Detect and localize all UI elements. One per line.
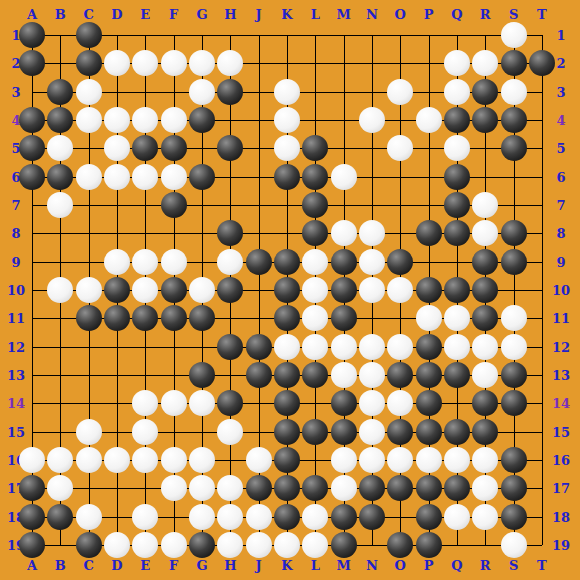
white-stone-L12 xyxy=(302,334,328,360)
black-stone-F11 xyxy=(161,305,187,331)
black-stone-F5 xyxy=(161,135,187,161)
white-stone-E14 xyxy=(132,390,158,416)
row-label-right-3: 3 xyxy=(556,85,565,98)
white-stone-O12 xyxy=(387,334,413,360)
white-stone-M8 xyxy=(331,220,357,246)
white-stone-G17 xyxy=(189,475,215,501)
black-stone-M9 xyxy=(331,249,357,275)
black-stone-P13 xyxy=(416,362,442,388)
row-label-right-16: 16 xyxy=(552,453,570,466)
row-label-right-8: 8 xyxy=(556,227,565,240)
black-stone-J17 xyxy=(246,475,272,501)
black-stone-P17 xyxy=(416,475,442,501)
black-stone-R11 xyxy=(472,305,498,331)
white-stone-K4 xyxy=(274,107,300,133)
black-stone-P8 xyxy=(416,220,442,246)
row-label-right-7: 7 xyxy=(556,198,565,211)
row-label-right-17: 17 xyxy=(552,482,570,495)
white-stone-B17 xyxy=(47,475,73,501)
col-label-top-G: G xyxy=(196,8,207,21)
black-stone-B3 xyxy=(47,79,73,105)
white-stone-H19 xyxy=(217,532,243,558)
white-stone-M13 xyxy=(331,362,357,388)
white-stone-F19 xyxy=(161,532,187,558)
col-label-top-L: L xyxy=(311,8,320,21)
white-stone-B16 xyxy=(47,447,73,473)
white-stone-E10 xyxy=(132,277,158,303)
col-label-bottom-L: L xyxy=(311,559,320,572)
row-label-right-15: 15 xyxy=(552,425,570,438)
black-stone-A18 xyxy=(19,504,45,530)
black-stone-Q8 xyxy=(444,220,470,246)
white-stone-R2 xyxy=(472,50,498,76)
white-stone-A16 xyxy=(19,447,45,473)
black-stone-S9 xyxy=(501,249,527,275)
white-stone-C18 xyxy=(76,504,102,530)
black-stone-G13 xyxy=(189,362,215,388)
black-stone-A2 xyxy=(19,50,45,76)
row-label-left-3: 3 xyxy=(11,85,20,98)
black-stone-A1 xyxy=(19,22,45,48)
col-label-bottom-B: B xyxy=(55,559,66,572)
black-stone-K15 xyxy=(274,419,300,445)
white-stone-B7 xyxy=(47,192,73,218)
white-stone-S1 xyxy=(501,22,527,48)
white-stone-L18 xyxy=(302,504,328,530)
black-stone-D11 xyxy=(104,305,130,331)
row-label-left-14: 14 xyxy=(7,397,25,410)
white-stone-L10 xyxy=(302,277,328,303)
white-stone-Q5 xyxy=(444,135,470,161)
col-label-bottom-M: M xyxy=(336,559,350,572)
col-label-bottom-F: F xyxy=(169,559,178,572)
row-label-right-19: 19 xyxy=(552,538,570,551)
white-stone-R13 xyxy=(472,362,498,388)
black-stone-K18 xyxy=(274,504,300,530)
white-stone-E4 xyxy=(132,107,158,133)
white-stone-H9 xyxy=(217,249,243,275)
white-stone-R7 xyxy=(472,192,498,218)
row-label-left-9: 9 xyxy=(11,255,20,268)
black-stone-L8 xyxy=(302,220,328,246)
white-stone-N8 xyxy=(359,220,385,246)
white-stone-C10 xyxy=(76,277,102,303)
black-stone-R14 xyxy=(472,390,498,416)
black-stone-R3 xyxy=(472,79,498,105)
col-label-top-C: C xyxy=(83,8,93,21)
white-stone-E18 xyxy=(132,504,158,530)
white-stone-E2 xyxy=(132,50,158,76)
black-stone-L15 xyxy=(302,419,328,445)
black-stone-H12 xyxy=(217,334,243,360)
col-label-top-H: H xyxy=(224,8,236,21)
black-stone-K9 xyxy=(274,249,300,275)
white-stone-N16 xyxy=(359,447,385,473)
col-label-bottom-P: P xyxy=(424,559,434,572)
black-stone-H3 xyxy=(217,79,243,105)
row-label-right-9: 9 xyxy=(556,255,565,268)
col-label-bottom-K: K xyxy=(281,559,292,572)
col-label-bottom-G: G xyxy=(196,559,207,572)
white-stone-Q2 xyxy=(444,50,470,76)
white-stone-R17 xyxy=(472,475,498,501)
black-stone-A4 xyxy=(19,107,45,133)
white-stone-H17 xyxy=(217,475,243,501)
white-stone-J16 xyxy=(246,447,272,473)
black-stone-A6 xyxy=(19,164,45,190)
col-label-bottom-H: H xyxy=(224,559,236,572)
black-stone-S4 xyxy=(501,107,527,133)
black-stone-G6 xyxy=(189,164,215,190)
col-label-bottom-C: C xyxy=(83,559,93,572)
black-stone-H8 xyxy=(217,220,243,246)
black-stone-A5 xyxy=(19,135,45,161)
black-stone-O15 xyxy=(387,419,413,445)
black-stone-B18 xyxy=(47,504,73,530)
white-stone-E6 xyxy=(132,164,158,190)
black-stone-K10 xyxy=(274,277,300,303)
black-stone-E11 xyxy=(132,305,158,331)
white-stone-Q18 xyxy=(444,504,470,530)
white-stone-M17 xyxy=(331,475,357,501)
white-stone-E16 xyxy=(132,447,158,473)
black-stone-R9 xyxy=(472,249,498,275)
white-stone-C6 xyxy=(76,164,102,190)
col-label-top-D: D xyxy=(111,8,122,21)
white-stone-N4 xyxy=(359,107,385,133)
black-stone-K14 xyxy=(274,390,300,416)
white-stone-D4 xyxy=(104,107,130,133)
white-stone-N12 xyxy=(359,334,385,360)
white-stone-Q12 xyxy=(444,334,470,360)
white-stone-L19 xyxy=(302,532,328,558)
black-stone-F10 xyxy=(161,277,187,303)
black-stone-H5 xyxy=(217,135,243,161)
col-label-bottom-Q: Q xyxy=(451,559,462,572)
row-label-left-15: 15 xyxy=(7,425,25,438)
black-stone-O9 xyxy=(387,249,413,275)
black-stone-Q13 xyxy=(444,362,470,388)
black-stone-K11 xyxy=(274,305,300,331)
row-label-left-7: 7 xyxy=(11,198,20,211)
black-stone-J13 xyxy=(246,362,272,388)
col-label-top-J: J xyxy=(256,8,262,21)
white-stone-N13 xyxy=(359,362,385,388)
black-stone-H14 xyxy=(217,390,243,416)
black-stone-S18 xyxy=(501,504,527,530)
black-stone-G4 xyxy=(189,107,215,133)
white-stone-L11 xyxy=(302,305,328,331)
white-stone-K19 xyxy=(274,532,300,558)
white-stone-P16 xyxy=(416,447,442,473)
col-label-bottom-J: J xyxy=(256,559,262,572)
white-stone-H18 xyxy=(217,504,243,530)
black-stone-O19 xyxy=(387,532,413,558)
white-stone-K5 xyxy=(274,135,300,161)
row-label-left-13: 13 xyxy=(7,368,25,381)
row-label-left-12: 12 xyxy=(7,340,25,353)
white-stone-Q3 xyxy=(444,79,470,105)
row-label-right-5: 5 xyxy=(556,142,565,155)
col-label-top-B: B xyxy=(55,8,66,21)
white-stone-R8 xyxy=(472,220,498,246)
white-stone-G10 xyxy=(189,277,215,303)
black-stone-A19 xyxy=(19,532,45,558)
col-label-top-O: O xyxy=(395,8,406,21)
col-label-top-R: R xyxy=(480,8,491,21)
black-stone-L6 xyxy=(302,164,328,190)
row-label-right-6: 6 xyxy=(556,170,565,183)
col-label-bottom-D: D xyxy=(111,559,122,572)
col-label-bottom-T: T xyxy=(537,559,547,572)
col-label-top-T: T xyxy=(537,8,547,21)
go-board[interactable]: ABCDEFGHJKLMNOPQRST ABCDEFGHJKLMNOPQRST … xyxy=(0,0,580,580)
white-stone-S3 xyxy=(501,79,527,105)
white-stone-K3 xyxy=(274,79,300,105)
black-stone-Q6 xyxy=(444,164,470,190)
white-stone-R12 xyxy=(472,334,498,360)
white-stone-D2 xyxy=(104,50,130,76)
black-stone-P15 xyxy=(416,419,442,445)
col-label-top-S: S xyxy=(509,8,518,21)
black-stone-P10 xyxy=(416,277,442,303)
white-stone-C3 xyxy=(76,79,102,105)
grid-vline xyxy=(542,35,543,545)
col-label-top-F: F xyxy=(169,8,178,21)
white-stone-L9 xyxy=(302,249,328,275)
col-label-bottom-E: E xyxy=(140,559,150,572)
col-label-top-Q: Q xyxy=(451,8,462,21)
black-stone-P18 xyxy=(416,504,442,530)
col-label-bottom-S: S xyxy=(509,559,518,572)
white-stone-M6 xyxy=(331,164,357,190)
black-stone-R4 xyxy=(472,107,498,133)
black-stone-S8 xyxy=(501,220,527,246)
black-stone-C11 xyxy=(76,305,102,331)
row-label-right-14: 14 xyxy=(552,397,570,410)
white-stone-G2 xyxy=(189,50,215,76)
black-stone-P14 xyxy=(416,390,442,416)
black-stone-B4 xyxy=(47,107,73,133)
black-stone-K16 xyxy=(274,447,300,473)
black-stone-J9 xyxy=(246,249,272,275)
white-stone-H2 xyxy=(217,50,243,76)
black-stone-K17 xyxy=(274,475,300,501)
black-stone-G19 xyxy=(189,532,215,558)
white-stone-F17 xyxy=(161,475,187,501)
white-stone-G18 xyxy=(189,504,215,530)
black-stone-T2 xyxy=(529,50,555,76)
white-stone-D5 xyxy=(104,135,130,161)
row-label-left-10: 10 xyxy=(7,283,25,296)
row-label-left-11: 11 xyxy=(7,312,25,325)
black-stone-F7 xyxy=(161,192,187,218)
white-stone-N10 xyxy=(359,277,385,303)
black-stone-E5 xyxy=(132,135,158,161)
row-label-right-1: 1 xyxy=(556,29,565,42)
black-stone-H10 xyxy=(217,277,243,303)
black-stone-R15 xyxy=(472,419,498,445)
black-stone-L7 xyxy=(302,192,328,218)
white-stone-F9 xyxy=(161,249,187,275)
white-stone-F4 xyxy=(161,107,187,133)
black-stone-Q10 xyxy=(444,277,470,303)
white-stone-J18 xyxy=(246,504,272,530)
white-stone-M16 xyxy=(331,447,357,473)
white-stone-G3 xyxy=(189,79,215,105)
white-stone-O3 xyxy=(387,79,413,105)
white-stone-P4 xyxy=(416,107,442,133)
white-stone-G16 xyxy=(189,447,215,473)
white-stone-F14 xyxy=(161,390,187,416)
white-stone-J19 xyxy=(246,532,272,558)
white-stone-O16 xyxy=(387,447,413,473)
black-stone-A17 xyxy=(19,475,45,501)
black-stone-N17 xyxy=(359,475,385,501)
white-stone-N15 xyxy=(359,419,385,445)
white-stone-N14 xyxy=(359,390,385,416)
black-stone-S13 xyxy=(501,362,527,388)
row-label-right-4: 4 xyxy=(556,113,565,126)
black-stone-Q15 xyxy=(444,419,470,445)
black-stone-Q7 xyxy=(444,192,470,218)
col-label-bottom-O: O xyxy=(395,559,406,572)
white-stone-O5 xyxy=(387,135,413,161)
white-stone-P11 xyxy=(416,305,442,331)
black-stone-B6 xyxy=(47,164,73,190)
row-label-right-2: 2 xyxy=(556,57,565,70)
row-label-right-11: 11 xyxy=(552,312,570,325)
black-stone-S2 xyxy=(501,50,527,76)
black-stone-C2 xyxy=(76,50,102,76)
white-stone-C16 xyxy=(76,447,102,473)
black-stone-P19 xyxy=(416,532,442,558)
black-stone-C1 xyxy=(76,22,102,48)
black-stone-S16 xyxy=(501,447,527,473)
white-stone-S19 xyxy=(501,532,527,558)
black-stone-M18 xyxy=(331,504,357,530)
row-label-left-8: 8 xyxy=(11,227,20,240)
black-stone-Q4 xyxy=(444,107,470,133)
col-label-bottom-N: N xyxy=(366,559,378,572)
white-stone-R16 xyxy=(472,447,498,473)
white-stone-C15 xyxy=(76,419,102,445)
black-stone-O13 xyxy=(387,362,413,388)
black-stone-L13 xyxy=(302,362,328,388)
black-stone-S17 xyxy=(501,475,527,501)
white-stone-O10 xyxy=(387,277,413,303)
white-stone-B10 xyxy=(47,277,73,303)
col-label-bottom-A: A xyxy=(27,559,37,572)
white-stone-H15 xyxy=(217,419,243,445)
black-stone-O17 xyxy=(387,475,413,501)
black-stone-S5 xyxy=(501,135,527,161)
black-stone-K13 xyxy=(274,362,300,388)
white-stone-Q11 xyxy=(444,305,470,331)
white-stone-K12 xyxy=(274,334,300,360)
black-stone-R10 xyxy=(472,277,498,303)
black-stone-S14 xyxy=(501,390,527,416)
white-stone-M12 xyxy=(331,334,357,360)
white-stone-C4 xyxy=(76,107,102,133)
black-stone-Q17 xyxy=(444,475,470,501)
col-label-top-K: K xyxy=(281,8,292,21)
white-stone-F6 xyxy=(161,164,187,190)
white-stone-E15 xyxy=(132,419,158,445)
white-stone-D19 xyxy=(104,532,130,558)
white-stone-G14 xyxy=(189,390,215,416)
white-stone-E9 xyxy=(132,249,158,275)
white-stone-B5 xyxy=(47,135,73,161)
black-stone-P12 xyxy=(416,334,442,360)
row-label-right-18: 18 xyxy=(552,510,570,523)
black-stone-K6 xyxy=(274,164,300,190)
white-stone-F16 xyxy=(161,447,187,473)
col-label-bottom-R: R xyxy=(480,559,491,572)
row-label-right-10: 10 xyxy=(552,283,570,296)
row-label-right-13: 13 xyxy=(552,368,570,381)
black-stone-C19 xyxy=(76,532,102,558)
white-stone-R18 xyxy=(472,504,498,530)
white-stone-D16 xyxy=(104,447,130,473)
black-stone-M15 xyxy=(331,419,357,445)
black-stone-N18 xyxy=(359,504,385,530)
col-label-top-P: P xyxy=(424,8,434,21)
white-stone-S11 xyxy=(501,305,527,331)
black-stone-L5 xyxy=(302,135,328,161)
col-label-top-N: N xyxy=(366,8,378,21)
black-stone-M10 xyxy=(331,277,357,303)
black-stone-J12 xyxy=(246,334,272,360)
white-stone-D9 xyxy=(104,249,130,275)
row-label-right-12: 12 xyxy=(552,340,570,353)
white-stone-N9 xyxy=(359,249,385,275)
white-stone-E19 xyxy=(132,532,158,558)
black-stone-G11 xyxy=(189,305,215,331)
black-stone-M14 xyxy=(331,390,357,416)
black-stone-M19 xyxy=(331,532,357,558)
col-label-top-A: A xyxy=(27,8,37,21)
white-stone-S12 xyxy=(501,334,527,360)
white-stone-O14 xyxy=(387,390,413,416)
white-stone-D6 xyxy=(104,164,130,190)
white-stone-Q16 xyxy=(444,447,470,473)
black-stone-D10 xyxy=(104,277,130,303)
white-stone-F2 xyxy=(161,50,187,76)
black-stone-L17 xyxy=(302,475,328,501)
col-label-top-E: E xyxy=(140,8,150,21)
col-label-top-M: M xyxy=(336,8,350,21)
black-stone-M11 xyxy=(331,305,357,331)
